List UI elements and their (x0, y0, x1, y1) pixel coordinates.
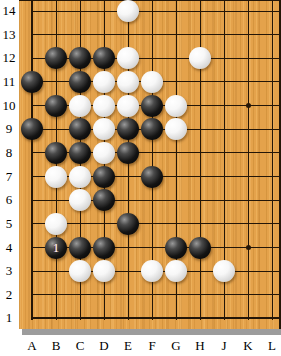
stone-black[interactable] (189, 237, 211, 259)
stone-black[interactable] (141, 166, 163, 188)
row-label-14: 14 (0, 3, 18, 18)
stone-black[interactable] (93, 237, 115, 259)
grid-line-col-K (248, 0, 249, 320)
col-label-G: G (168, 338, 184, 354)
star-point-K10 (246, 103, 251, 108)
row-label-11: 11 (0, 74, 18, 89)
grid-line-row-1 (31, 317, 281, 319)
stone-white[interactable] (45, 213, 67, 235)
move-number-label: 1 (45, 237, 67, 259)
stone-black[interactable] (69, 237, 91, 259)
row-label-4: 4 (0, 240, 18, 255)
col-label-E: E (120, 338, 136, 354)
stone-black[interactable] (69, 142, 91, 164)
col-label-F: F (144, 338, 160, 354)
stone-white[interactable] (45, 166, 67, 188)
stone-black[interactable] (45, 95, 67, 117)
stone-white[interactable] (141, 71, 163, 93)
board-crop-border-right (279, 0, 281, 329)
stone-black[interactable] (141, 95, 163, 117)
stone-white[interactable] (213, 260, 235, 282)
stone-white[interactable] (69, 95, 91, 117)
stone-white[interactable] (141, 260, 163, 282)
row-label-7: 7 (0, 169, 18, 184)
board-shadow (22, 329, 281, 335)
col-label-H: H (192, 338, 208, 354)
stone-white[interactable] (165, 260, 187, 282)
row-label-1: 1 (0, 310, 18, 325)
grid-line-row-5 (31, 223, 281, 224)
stone-black[interactable] (93, 166, 115, 188)
stone-white[interactable] (117, 0, 139, 22)
col-label-K: K (240, 338, 256, 354)
stone-white[interactable] (117, 95, 139, 117)
stone-white[interactable] (93, 95, 115, 117)
col-label-B: B (48, 338, 64, 354)
grid-line-col-L (272, 0, 273, 320)
grid-line-col-A (31, 0, 33, 320)
row-label-2: 2 (0, 287, 18, 302)
col-label-D: D (96, 338, 112, 354)
board-crop-border-top (19, 0, 281, 1)
stone-black[interactable] (117, 142, 139, 164)
row-label-13: 13 (0, 27, 18, 42)
row-label-9: 9 (0, 121, 18, 136)
grid-line-row-13 (31, 34, 281, 35)
stone-white[interactable] (165, 95, 187, 117)
go-board-panel: 1 1413121110987654321 ABCDEFGHJKL (0, 0, 281, 356)
col-label-A: A (24, 338, 40, 354)
star-point-K4 (246, 245, 251, 250)
stone-black[interactable] (117, 213, 139, 235)
stone-black[interactable]: 1 (45, 237, 67, 259)
col-label-L: L (264, 338, 280, 354)
col-label-J: J (216, 338, 232, 354)
row-label-5: 5 (0, 216, 18, 231)
row-label-8: 8 (0, 145, 18, 160)
stone-white[interactable] (93, 142, 115, 164)
stone-white[interactable] (93, 260, 115, 282)
stone-black[interactable] (69, 71, 91, 93)
col-label-C: C (72, 338, 88, 354)
stone-white[interactable] (93, 71, 115, 93)
grid-line-row-14 (31, 11, 281, 12)
stone-white[interactable] (69, 166, 91, 188)
row-label-10: 10 (0, 98, 18, 113)
stone-black[interactable] (21, 71, 43, 93)
stone-white[interactable] (69, 260, 91, 282)
stone-white[interactable] (117, 71, 139, 93)
stone-black[interactable] (45, 142, 67, 164)
row-label-12: 12 (0, 50, 18, 65)
row-label-6: 6 (0, 192, 18, 207)
row-label-3: 3 (0, 263, 18, 278)
stone-black[interactable] (165, 237, 187, 259)
grid-line-row-2 (31, 294, 281, 295)
